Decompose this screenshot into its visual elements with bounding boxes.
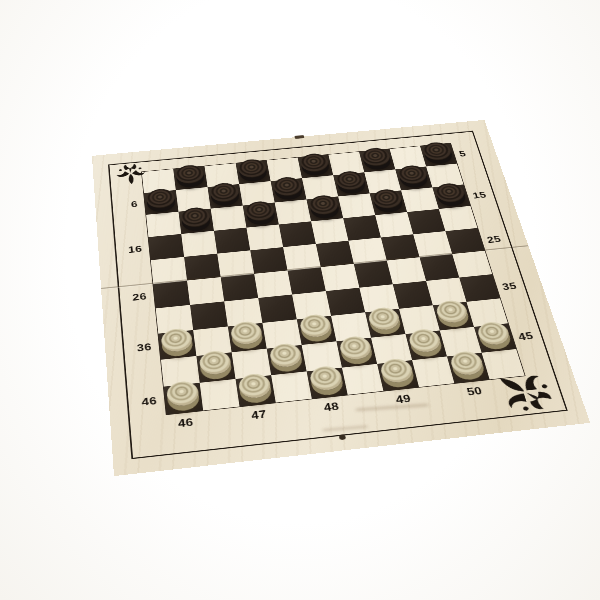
square-5[interactable] [420, 143, 457, 166]
square-31[interactable] [190, 301, 228, 330]
black-man-square-2[interactable] [237, 158, 267, 178]
white-man-square-48[interactable] [308, 365, 343, 392]
square-6[interactable] [144, 190, 179, 215]
black-man-square-12[interactable] [244, 200, 275, 222]
black-man-square-7[interactable] [209, 182, 239, 203]
white-man-square-38[interactable] [299, 313, 333, 338]
square-47[interactable] [236, 375, 276, 406]
white-man-square-43[interactable] [338, 335, 373, 361]
square-33[interactable] [326, 288, 365, 316]
black-man-square-1[interactable] [175, 164, 205, 185]
square-number-label: 15 [472, 189, 504, 200]
square-number-label: 6 [106, 200, 138, 212]
square-light [439, 206, 478, 231]
black-man-square-5[interactable] [421, 141, 453, 161]
wood-grain-streak [356, 403, 429, 411]
square-1[interactable] [173, 166, 207, 190]
wood-grain-streak [323, 425, 368, 431]
square-light [200, 379, 240, 411]
square-number-label: 36 [117, 342, 152, 356]
corner-flourish-icon [480, 363, 568, 420]
black-man-square-14[interactable] [371, 188, 403, 209]
square-26[interactable] [153, 281, 190, 309]
square-light [254, 270, 292, 298]
square-number-label: 46 [173, 416, 198, 430]
clasp-dot [338, 434, 346, 440]
square-light [275, 199, 311, 224]
square-number-label: 35 [501, 279, 535, 292]
square-13[interactable] [306, 196, 343, 221]
photo-canvas: 6162636465152535454647484950 [0, 0, 600, 600]
square-16[interactable] [148, 234, 184, 260]
white-man-square-50[interactable] [448, 350, 485, 376]
square-number-label: 50 [461, 385, 487, 398]
black-man-square-10[interactable] [397, 164, 429, 185]
square-28[interactable] [288, 267, 326, 294]
square-light [181, 231, 217, 257]
white-man-square-44[interactable] [407, 328, 443, 354]
square-35[interactable] [459, 274, 500, 302]
black-man-square-6[interactable] [146, 188, 176, 209]
square-3[interactable] [298, 155, 334, 179]
white-man-square-42[interactable] [269, 342, 303, 368]
black-man-square-11[interactable] [180, 206, 211, 228]
black-man-square-13[interactable] [308, 194, 340, 215]
square-17[interactable] [214, 228, 250, 254]
black-man-square-3[interactable] [299, 153, 330, 173]
square-12[interactable] [243, 202, 279, 227]
hinge-mark [294, 135, 304, 139]
black-man-square-9[interactable] [335, 170, 367, 191]
square-light [151, 257, 187, 284]
square-23[interactable] [316, 241, 354, 267]
square-2[interactable] [236, 160, 271, 184]
square-38[interactable] [297, 316, 337, 345]
square-number-label: 16 [109, 244, 142, 256]
square-number-label: 25 [486, 233, 519, 245]
draughts-board[interactable]: 6162636465152535454647484950 [92, 120, 590, 476]
square-32[interactable] [258, 295, 297, 323]
square-number-label: 5 [458, 148, 489, 159]
square-11[interactable] [178, 209, 213, 234]
square-36[interactable] [158, 330, 196, 360]
square-8[interactable] [271, 178, 307, 202]
white-man-square-49[interactable] [379, 357, 415, 384]
black-man-square-15[interactable] [434, 182, 467, 203]
square-41[interactable] [196, 352, 235, 382]
square-light [311, 218, 348, 244]
square-number-label: 47 [246, 408, 271, 422]
black-man-square-8[interactable] [272, 176, 303, 197]
white-man-square-37[interactable] [230, 320, 264, 345]
black-man-square-4[interactable] [361, 147, 392, 167]
square-light [246, 224, 283, 250]
square-21[interactable] [184, 254, 221, 281]
square-45[interactable] [474, 323, 516, 352]
square-18[interactable] [279, 221, 316, 247]
corner-flourish-icon [109, 161, 152, 188]
square-48[interactable] [307, 368, 348, 399]
square-46[interactable] [164, 383, 203, 415]
square-37[interactable] [228, 323, 267, 352]
square-42[interactable] [267, 345, 307, 375]
square-light [321, 264, 360, 291]
square-light [342, 364, 383, 395]
square-15[interactable] [432, 184, 470, 209]
square-number-label: 46 [121, 395, 157, 410]
white-man-square-45[interactable] [475, 321, 511, 346]
square-light [146, 212, 181, 237]
square-number-label: 26 [113, 291, 147, 304]
white-man-square-40[interactable] [434, 299, 470, 324]
square-light [283, 244, 321, 271]
perspective-scene: 6162636465152535454647484950 [0, 0, 600, 600]
square-light [452, 251, 492, 278]
square-number-label: 48 [319, 401, 344, 415]
square-light [211, 206, 247, 231]
square-43[interactable] [336, 338, 377, 368]
square-light [187, 277, 224, 305]
square-9[interactable] [333, 172, 369, 196]
square-number-label: 45 [517, 329, 552, 343]
white-man-square-39[interactable] [367, 306, 402, 331]
square-27[interactable] [221, 274, 259, 302]
square-7[interactable] [208, 184, 243, 209]
square-light [271, 371, 312, 402]
